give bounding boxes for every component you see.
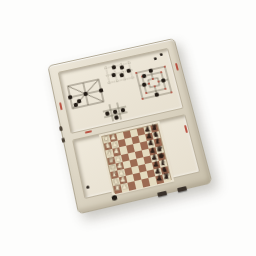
red-print-label <box>85 130 92 133</box>
peg-lattice-board <box>101 59 137 88</box>
morris-red-point <box>164 88 166 90</box>
hinge <box>177 186 187 192</box>
morris-black-peg <box>148 68 153 73</box>
tictactoe-black-peg <box>120 108 125 113</box>
square-r7c7[interactable]: ♜ <box>162 174 171 183</box>
morris-black-peg <box>161 78 166 83</box>
lattice-black-peg <box>119 65 124 70</box>
peg-hole-dot <box>86 185 90 189</box>
morris-diagram <box>134 64 174 101</box>
morris-red-point <box>170 91 172 93</box>
morris-red-point <box>154 85 156 87</box>
chess-piece-black-rook[interactable]: ♜ <box>163 173 170 180</box>
morris-red-point <box>142 98 144 100</box>
alquerque-black-peg <box>98 88 103 93</box>
side-latch <box>61 137 65 143</box>
chessboard[interactable]: ♜♟♟♜♞♟♟♞♝♟♟♝♛♟♟♛♚♟♟♚♝♟♟♝♞♟♟♞♜♟♟♜ <box>101 123 172 193</box>
tictactoe-black-peg <box>105 111 110 116</box>
spare-peg-dot <box>159 53 163 56</box>
photo-scene: ♜♟♟♜♞♟♟♞♝♟♟♝♛♟♟♛♚♟♟♚♝♟♟♝♞♟♟♞♜♟♟♜ <box>0 0 256 256</box>
side-latch <box>59 126 63 131</box>
hinge <box>157 191 167 197</box>
red-print-label <box>59 102 63 110</box>
lattice-diagram <box>101 59 137 88</box>
morris-red-point <box>135 72 137 74</box>
red-print-label <box>184 125 188 133</box>
morris-black-peg <box>142 82 147 87</box>
morris-red-point <box>145 92 147 94</box>
morris-red-point <box>148 83 150 85</box>
red-print-label <box>175 63 179 71</box>
lattice-black-peg <box>111 65 116 70</box>
morris-red-point <box>158 81 160 83</box>
lattice-black-peg <box>126 68 131 73</box>
wooden-game-box: ♜♟♟♜♞♟♟♞♝♟♟♝♛♟♟♛♚♟♟♚♝♟♟♝♞♟♟♞♜♟♟♜ <box>47 38 212 214</box>
morris-red-point <box>152 78 154 80</box>
morris-black-peg <box>154 92 159 97</box>
front-peg-hole <box>111 195 117 201</box>
tictactoe-black-peg <box>113 109 118 114</box>
morris-red-point <box>164 66 166 68</box>
morris-red-point <box>160 71 162 73</box>
alquerque-black-peg <box>68 95 73 100</box>
tictactoe-black-peg <box>114 115 119 120</box>
nine-mens-morris-board <box>134 64 174 101</box>
spare-peg-dot <box>154 57 158 60</box>
